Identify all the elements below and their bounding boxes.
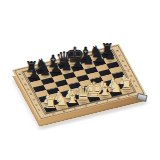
coord-label-c: c [69,106,81,111]
coord-label-1: 1 [37,109,42,115]
coord-label-h: h [123,93,135,98]
coord-label-d: d [80,104,92,109]
coord-label-g: g [112,96,124,101]
coord-label-b: b [58,109,70,114]
product-photo-scene: abcdefgh abcdefgh 87654321 87654321 ♜♞♝♛… [0,0,160,160]
coord-label-e: e [91,101,103,106]
coord-label-1: 1 [135,85,140,91]
coord-label-f: f [102,98,114,103]
coord-label-a: a [47,112,59,117]
